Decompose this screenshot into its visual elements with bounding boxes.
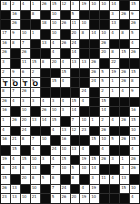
black-cell	[11, 59, 20, 68]
grid-cell-r8c3[interactable]: 6	[21, 69, 30, 78]
grid-cell-r21c7[interactable]: 26	[61, 194, 70, 203]
grid-cell-r8c1[interactable]: 2	[1, 69, 10, 78]
grid-cell-r5c1[interactable]: 16	[1, 40, 10, 49]
grid-cell-r8c10[interactable]: 26	[90, 69, 99, 78]
grid-cell-r1c4[interactable]: 1	[31, 1, 40, 10]
grid-cell-r19c11[interactable]: 11	[100, 175, 109, 184]
black-cell	[31, 20, 40, 29]
cell-code-number: 23	[81, 127, 86, 132]
grid-cell-r1c9[interactable]: 19	[80, 1, 89, 10]
grid-cell-r1c14[interactable]: 15	[130, 1, 139, 10]
cell-code-number: 8	[22, 136, 24, 141]
grid-cell-r19c1[interactable]: 15	[1, 175, 10, 184]
grid-cell-r13c13[interactable]: 26	[120, 117, 129, 126]
grid-cell-r10c14[interactable]: 9	[130, 88, 139, 97]
grid-cell-r18c6[interactable]: 7	[51, 165, 60, 174]
grid-cell-r20c7[interactable]: 24	[61, 185, 70, 194]
black-cell	[120, 20, 129, 29]
cell-code-number: 1	[111, 78, 113, 83]
grid-cell-r5c8[interactable]: 24	[71, 40, 80, 49]
grid-cell-r20c14[interactable]: 10	[130, 185, 139, 194]
grid-cell-r16c4[interactable]: 4	[31, 146, 40, 155]
black-cell	[120, 40, 129, 49]
cell-code-number: 1	[32, 30, 34, 35]
grid-cell-r15c5[interactable]: 10	[41, 136, 50, 145]
grid-cell-r5c2[interactable]: 8	[11, 40, 20, 49]
grid-cell-r12c14[interactable]: 16	[130, 107, 139, 116]
grid-cell-r17c12[interactable]: 3	[110, 156, 119, 165]
grid-cell-r7c4[interactable]: 15	[31, 59, 40, 68]
grid-cell-r2c6[interactable]: 10	[51, 11, 60, 20]
grid-cell-r8c11[interactable]: 5	[100, 69, 109, 78]
grid-cell-r18c7[interactable]: 10	[61, 165, 70, 174]
grid-cell-r2c4[interactable]: 8	[31, 11, 40, 20]
grid-cell-r16c8[interactable]: 13	[71, 146, 80, 155]
grid-cell-r16c2[interactable]: 15	[11, 146, 20, 155]
black-cell	[71, 78, 80, 87]
grid-cell-r21c10[interactable]: 10	[90, 194, 99, 203]
cell-code-number: 15	[131, 1, 136, 6]
grid-cell-r9c10[interactable]: 24	[90, 78, 99, 87]
black-cell	[100, 185, 109, 194]
grid-cell-r9c3[interactable]: 1T	[21, 78, 30, 87]
grid-cell-r6c8[interactable]: 14	[71, 49, 80, 58]
grid-cell-r11c1[interactable]: 26	[1, 98, 10, 107]
black-cell	[41, 78, 50, 87]
grid-cell-r14c11[interactable]: 26	[100, 127, 109, 136]
grid-cell-r14c8[interactable]: 12	[71, 127, 80, 136]
cell-code-number: 9	[12, 69, 14, 74]
grid-cell-r16c9[interactable]: 4	[80, 146, 89, 155]
cell-code-number: 24	[72, 40, 77, 45]
cell-code-number: 19	[2, 156, 7, 161]
grid-cell-r11c3[interactable]: 3	[21, 98, 30, 107]
cell-code-number: 15	[131, 117, 136, 122]
cell-code-number: 26	[131, 156, 136, 161]
cell-code-number: 22	[111, 59, 116, 64]
cell-code-number: 7	[12, 88, 14, 93]
cell-code-number: 26	[12, 117, 17, 122]
grid-cell-r10c1[interactable]: 8	[1, 88, 10, 97]
grid-cell-r18c1[interactable]: 8	[1, 165, 10, 174]
black-cell	[120, 107, 129, 116]
grid-cell-r7c8[interactable]: 13	[71, 59, 80, 68]
black-cell	[80, 40, 89, 49]
codeword-puzzle: 1824126151231910101415168105326926181026…	[0, 0, 140, 204]
black-cell	[110, 146, 119, 155]
grid-cell-r13c4[interactable]: 13	[31, 117, 40, 126]
grid-cell-r21c3[interactable]: 10	[21, 194, 30, 203]
black-cell	[61, 11, 70, 20]
grid-cell-r13c11[interactable]: 2	[100, 117, 109, 126]
cell-code-number: 21	[32, 194, 37, 199]
grid-cell-r14c6[interactable]: 4	[51, 127, 60, 136]
cell-code-number: 16	[12, 11, 17, 16]
grid-cell-r10c13[interactable]: 4	[120, 88, 129, 97]
grid-cell-r13c5[interactable]: 14	[41, 117, 50, 126]
cell-code-number: 10	[22, 30, 27, 35]
grid-cell-r4c6[interactable]: 10	[51, 30, 60, 39]
grid-cell-r19c13[interactable]: 13	[120, 175, 129, 184]
grid-cell-r6c12[interactable]: 8	[110, 49, 119, 58]
grid-cell-r4c8[interactable]: 20	[71, 30, 80, 39]
black-cell	[1, 146, 10, 155]
grid-cell-r4c9[interactable]: 8	[80, 30, 89, 39]
grid-cell-r19c10[interactable]: 3	[90, 175, 99, 184]
grid-cell-r4c4[interactable]: 1	[31, 30, 40, 39]
cell-code-number: 13	[32, 117, 37, 122]
cell-code-number: 24	[62, 185, 67, 190]
cell-code-number: 26	[121, 117, 126, 122]
grid-cell-r8c4[interactable]: 2	[31, 69, 40, 78]
grid-cell-r11c9[interactable]: 4	[80, 98, 89, 107]
grid-cell-r3c8[interactable]: 11	[71, 20, 80, 29]
grid-cell-r19c8[interactable]: 8	[71, 175, 80, 184]
grid-cell-r9c1[interactable]: 1T	[1, 78, 10, 87]
grid-cell-r7c9[interactable]: 13	[80, 59, 89, 68]
grid-cell-r1c6[interactable]: 15	[51, 1, 60, 10]
black-cell	[71, 136, 80, 145]
grid-cell-r5c5[interactable]: 13	[41, 40, 50, 49]
grid-cell-r14c14[interactable]: 10	[130, 127, 139, 136]
grid-cell-r20c1[interactable]: 26	[1, 185, 10, 194]
cell-code-number: 3	[42, 156, 44, 161]
grid-cell-r16c6[interactable]: 24	[51, 146, 60, 155]
grid-cell-r11c5[interactable]: 4	[41, 98, 50, 107]
grid-cell-r18c10[interactable]: 14	[90, 165, 99, 174]
grid-cell-r8c13[interactable]: 26	[120, 69, 129, 78]
grid-cell-r4c3[interactable]: 10	[21, 30, 30, 39]
grid-cell-r7c1[interactable]: 3	[1, 59, 10, 68]
grid-cell-r7c10[interactable]: 26	[90, 59, 99, 68]
cell-code-number: 3	[52, 98, 54, 103]
grid-cell-r7c7[interactable]: 4	[61, 59, 70, 68]
grid-cell-r9c2[interactable]: 9O	[11, 78, 20, 87]
grid-cell-r4c11[interactable]: 10	[100, 30, 109, 39]
grid-cell-r17c3[interactable]: 15	[21, 156, 30, 165]
black-cell	[90, 127, 99, 136]
grid-cell-r21c6[interactable]: 5	[51, 194, 60, 203]
black-cell	[51, 136, 60, 145]
grid-cell-r5c14[interactable]: 4	[130, 40, 139, 49]
cell-code-number: 11	[72, 20, 77, 25]
cell-code-number: 10	[62, 146, 67, 151]
grid-cell-r17c4[interactable]: 10	[31, 156, 40, 165]
cell-code-number: 26	[101, 127, 106, 132]
grid-cell-r11c4[interactable]: 3	[31, 98, 40, 107]
grid-cell-r8c14[interactable]: 15	[130, 69, 139, 78]
cell-code-number: 16	[2, 40, 7, 45]
grid-cell-r10c3[interactable]: 26	[21, 88, 30, 97]
cell-code-number: 26	[131, 49, 136, 54]
grid-cell-r15c14[interactable]: 15	[130, 136, 139, 145]
cell-code-number: 8	[81, 30, 83, 35]
grid-cell-r5c3[interactable]: 7	[21, 40, 30, 49]
grid-cell-r7c3[interactable]: 11	[21, 59, 30, 68]
grid-cell-r15c2[interactable]: 21	[11, 136, 20, 145]
grid-cell-r1c5[interactable]: 26	[41, 1, 50, 10]
grid-cell-r18c14[interactable]: 26	[130, 165, 139, 174]
grid-cell-r5c11[interactable]: 26	[100, 40, 109, 49]
cell-code-number: 10	[131, 185, 136, 190]
cell-code-number: 18	[42, 20, 47, 25]
grid-cell-r18c2[interactable]: 24	[11, 165, 20, 174]
cell-code-number: 4	[81, 185, 83, 190]
grid-cell-r9c12[interactable]: 1	[110, 78, 119, 87]
grid-cell-r4c12[interactable]: 4	[110, 30, 119, 39]
grid-cell-r9c4[interactable]: 9O	[31, 78, 40, 87]
grid-cell-r6c6[interactable]: 4	[51, 49, 60, 58]
grid-cell-r16c11[interactable]: 4	[100, 146, 109, 155]
cell-code-number: 15	[72, 98, 77, 103]
grid-cell-r10c4[interactable]: 3	[31, 88, 40, 97]
grid-cell-r17c13[interactable]: 1	[120, 156, 129, 165]
black-cell	[90, 88, 99, 97]
grid-cell-r13c3[interactable]: 20	[21, 117, 30, 126]
grid-cell-r10c11[interactable]: 2	[100, 88, 109, 97]
grid-cell-r9c11[interactable]: 5	[100, 78, 109, 87]
grid-cell-r18c3[interactable]: 8	[21, 165, 30, 174]
cell-code-number: 8	[32, 175, 34, 180]
grid-cell-r17c9[interactable]: 19	[80, 156, 89, 165]
grid-cell-r4c13[interactable]: 8	[120, 30, 129, 39]
cell-code-number: 4	[111, 30, 113, 35]
grid-cell-r1c11[interactable]: 10	[100, 1, 109, 10]
cell-code-number: 4	[62, 78, 64, 83]
grid-cell-r17c10[interactable]: 15	[90, 156, 99, 165]
cell-code-number: 26	[62, 194, 67, 199]
cell-code-number: 15	[121, 49, 126, 54]
grid-cell-r5c7[interactable]: 26	[61, 40, 70, 49]
black-cell	[100, 59, 109, 68]
grid-cell-r13c12[interactable]: 4	[110, 117, 119, 126]
grid-cell-r2c8[interactable]: 5	[71, 11, 80, 20]
grid-cell-r7c6[interactable]: 20	[51, 59, 60, 68]
grid-cell-r1c7[interactable]: 12	[61, 1, 70, 10]
black-cell	[90, 49, 99, 58]
grid-cell-r8c7[interactable]: 15	[61, 69, 70, 78]
grid-cell-r11c6[interactable]: 3	[51, 98, 60, 107]
grid-cell-r15c1[interactable]: 16	[1, 136, 10, 145]
cell-code-number: 2	[32, 69, 34, 74]
grid-cell-r13c2[interactable]: 26	[11, 117, 20, 126]
grid-cell-r13c8[interactable]: 7	[71, 117, 80, 126]
grid-cell-r2c2[interactable]: 16	[11, 11, 20, 20]
cell-code-number: 16	[131, 107, 136, 112]
grid-cell-r1c10[interactable]: 10	[90, 1, 99, 10]
grid-cell-r13c6[interactable]: 15	[51, 117, 60, 126]
cell-code-number: 15	[121, 185, 126, 190]
grid-cell-r17c1[interactable]: 19	[1, 156, 10, 165]
grid-cell-r10c2[interactable]: 7	[11, 88, 20, 97]
grid-cell-r4c10[interactable]: 14	[90, 30, 99, 39]
grid-cell-r17c5[interactable]: 3	[41, 156, 50, 165]
grid-cell-r19c4[interactable]: 8	[31, 175, 40, 184]
grid-cell-r17c2[interactable]: 4	[11, 156, 20, 165]
grid-cell-r21c4[interactable]: 21	[31, 194, 40, 203]
grid-cell-r1c2[interactable]: 2	[11, 1, 20, 10]
cell-code-number: 19	[91, 185, 96, 190]
grid-cell-r6c11[interactable]: 20	[100, 49, 109, 58]
grid-cell-r4c14[interactable]: 5	[130, 30, 139, 39]
grid-cell-r20c6[interactable]: 7	[51, 185, 60, 194]
given-letter: T	[21, 80, 30, 87]
grid-cell-r10c12[interactable]: 1	[110, 88, 119, 97]
grid-cell-r21c2[interactable]: 13	[11, 194, 20, 203]
grid-cell-r14c7[interactable]: 13	[61, 127, 70, 136]
grid-cell-r1c1[interactable]: 18	[1, 1, 10, 10]
grid-cell-r3c12[interactable]: 13	[110, 20, 119, 29]
grid-cell-r15c12[interactable]: 5	[110, 136, 119, 145]
cell-code-number: 3	[91, 175, 93, 180]
grid-cell-r9c13[interactable]: 26	[120, 78, 129, 87]
grid-cell-r6c3[interactable]: 26	[21, 49, 30, 58]
cell-code-number: 5	[72, 11, 74, 16]
cell-code-number: 4	[52, 49, 54, 54]
grid-cell-r12c5[interactable]: 26	[41, 107, 50, 116]
grid-cell-r11c11[interactable]: 15	[100, 98, 109, 107]
grid-cell-r2c14[interactable]: 9	[130, 11, 139, 20]
cell-code-number: 14	[72, 107, 77, 112]
grid-cell-r20c9[interactable]: 4	[80, 185, 89, 194]
grid-cell-r4c2[interactable]: 9	[11, 30, 20, 39]
grid-cell-r3c14[interactable]: 26	[130, 20, 139, 29]
grid-cell-r20c2[interactable]: 13	[11, 185, 20, 194]
grid-cell-r3c7[interactable]: 26	[61, 20, 70, 29]
cell-code-number: 4	[121, 88, 123, 93]
grid-cell-r6c13[interactable]: 15	[120, 49, 129, 58]
grid-cell-r14c3[interactable]: 24	[21, 127, 30, 136]
black-cell	[41, 185, 50, 194]
black-cell	[120, 146, 129, 155]
grid-cell-r18c9[interactable]: 10	[80, 165, 89, 174]
black-cell	[90, 11, 99, 20]
grid-cell-r16c14[interactable]: 4	[130, 146, 139, 155]
cell-code-number: 15	[101, 98, 106, 103]
cell-code-number: 4	[101, 146, 103, 151]
grid-cell-r21c1[interactable]: 23	[1, 194, 10, 203]
grid-cell-r19c5[interactable]: 5	[41, 175, 50, 184]
cell-code-number: 16	[2, 107, 7, 112]
cell-code-number: 5	[131, 30, 133, 35]
grid-cell-r21c14[interactable]: 4	[130, 194, 139, 203]
grid-cell-r14c1[interactable]: 4	[1, 127, 10, 136]
grid-cell-r13c14[interactable]: 15	[130, 117, 139, 126]
cell-code-number: 10	[131, 127, 136, 132]
cell-code-number: 4	[52, 156, 54, 161]
grid-cell-r15c10[interactable]: 15	[90, 136, 99, 145]
cell-code-number: 10	[62, 165, 67, 170]
grid-cell-r9c6[interactable]: 15	[51, 78, 60, 87]
grid-cell-r11c7[interactable]: 4	[61, 98, 70, 107]
grid-cell-r12c3[interactable]: 10	[21, 107, 30, 116]
grid-cell-r12c8[interactable]: 14	[71, 107, 80, 116]
grid-cell-r14c9[interactable]: 23	[80, 127, 89, 136]
grid-cell-r13c1[interactable]: 1	[1, 117, 10, 126]
cell-code-number: 12	[72, 127, 77, 132]
grid-cell-r2c13[interactable]: 26	[120, 11, 129, 20]
grid-cell-r12c1[interactable]: 16	[1, 107, 10, 116]
grid-cell-r9c7[interactable]: 4	[61, 78, 70, 87]
grid-cell-r20c4[interactable]: 10	[31, 185, 40, 194]
grid-cell-r20c13[interactable]: 15	[120, 185, 129, 194]
grid-cell-r18c8[interactable]: 5	[71, 165, 80, 174]
grid-cell-r11c2[interactable]: 4	[11, 98, 20, 107]
grid-cell-r19c12[interactable]: 4	[110, 175, 119, 184]
cell-code-number: 26	[42, 107, 47, 112]
grid-cell-r6c1[interactable]: 26	[1, 49, 10, 58]
grid-cell-r10c9[interactable]: 24	[80, 88, 89, 97]
grid-cell-r18c4[interactable]: 13	[31, 165, 40, 174]
cell-code-number: 26	[62, 20, 67, 25]
black-cell	[110, 98, 119, 107]
grid-cell-r15c13[interactable]: 26	[120, 136, 129, 145]
black-cell	[80, 136, 89, 145]
grid-cell-r13c10[interactable]: 1	[90, 117, 99, 126]
grid-cell-r15c3[interactable]: 8	[21, 136, 30, 145]
cell-code-number: 26	[131, 20, 136, 25]
grid-cell-r17c7[interactable]: 15	[61, 156, 70, 165]
grid-cell-r1c3[interactable]: 4	[21, 1, 30, 10]
grid-cell-r1c12[interactable]: 14	[110, 1, 119, 10]
grid-cell-r12c11[interactable]: 14	[100, 107, 109, 116]
cell-code-number: 10	[81, 117, 86, 122]
grid-cell-r12c6[interactable]: 10	[51, 107, 60, 116]
grid-cell-r17c6[interactable]: 4	[51, 156, 60, 165]
grid-cell-r3c2[interactable]: 26	[11, 20, 20, 29]
grid-cell-r15c11[interactable]: 10	[100, 136, 109, 145]
grid-cell-r11c8[interactable]: 15	[71, 98, 80, 107]
grid-cell-r3c5[interactable]: 18	[41, 20, 50, 29]
grid-cell-r8c12[interactable]: 19	[110, 69, 119, 78]
grid-cell-r21c8[interactable]: 20	[71, 194, 80, 203]
grid-cell-r1c8[interactable]: 3	[71, 1, 80, 10]
grid-cell-r17c14[interactable]: 26	[130, 156, 139, 165]
cell-code-number: 10	[52, 107, 57, 112]
grid-cell-r15c4[interactable]: 7	[31, 136, 40, 145]
grid-cell-r18c13[interactable]: 3	[120, 165, 129, 174]
grid-cell-r15c7[interactable]: 16	[61, 136, 70, 145]
grid-cell-r16c7[interactable]: 10	[61, 146, 70, 155]
grid-cell-r7c12[interactable]: 22	[110, 59, 119, 68]
grid-cell-r17c11[interactable]: 26	[100, 156, 109, 165]
grid-cell-r12c7[interactable]: 3	[61, 107, 70, 116]
cell-code-number: 15	[62, 69, 67, 74]
black-cell	[41, 127, 50, 136]
grid-cell-r6c14[interactable]: 26	[130, 49, 139, 58]
cell-code-number: 8	[131, 78, 133, 83]
grid-cell-r19c3[interactable]: 20	[21, 175, 30, 184]
cell-code-number: 4	[62, 98, 64, 103]
grid-cell-r19c6[interactable]: 8	[51, 175, 60, 184]
black-cell	[100, 194, 109, 203]
cell-code-number: 1	[91, 117, 93, 122]
cell-code-number: 24	[81, 88, 86, 93]
grid-cell-r3c9[interactable]: 10	[80, 20, 89, 29]
grid-cell-r7c5[interactable]: 8	[41, 59, 50, 68]
cell-code-number: 4	[81, 146, 83, 151]
grid-cell-r2c12[interactable]: 3	[110, 11, 119, 20]
grid-cell-r20c10[interactable]: 19	[90, 185, 99, 194]
grid-cell-r5c6[interactable]: 4	[51, 40, 60, 49]
grid-cell-r13c9[interactable]: 10	[80, 117, 89, 126]
grid-cell-r8c2[interactable]: 9	[11, 69, 20, 78]
grid-cell-r3c6[interactable]: 10	[51, 20, 60, 29]
cell-code-number: 24	[91, 78, 96, 83]
grid-cell-r4c1[interactable]: 17	[1, 30, 10, 39]
grid-cell-r9c14[interactable]: 8	[130, 78, 139, 87]
grid-cell-r21c9[interactable]: 19	[80, 194, 89, 203]
